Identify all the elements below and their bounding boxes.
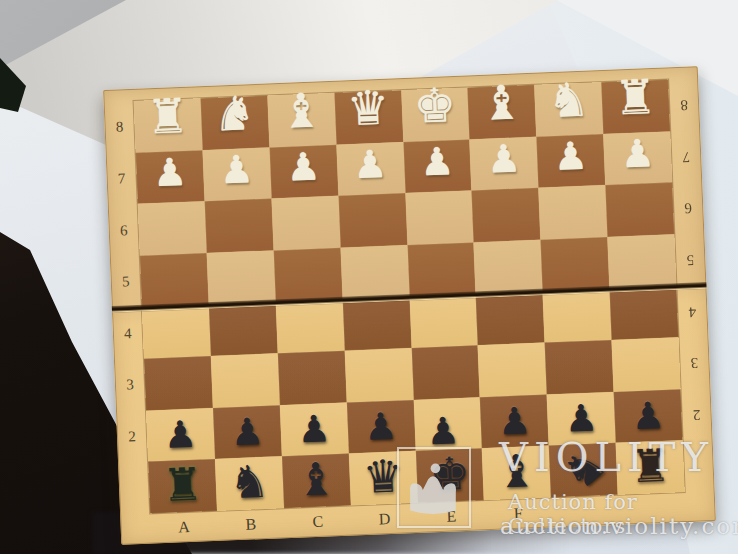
black-pawn-b2: ♟ xyxy=(230,413,265,451)
rank-label-3: 3 xyxy=(678,336,710,389)
file-label-C: C xyxy=(284,506,352,539)
white-bishop-c8: ♝ xyxy=(279,87,323,136)
rank-label-7: 7 xyxy=(106,152,138,205)
white-queen-d8: ♛ xyxy=(346,84,390,133)
rank-label-7: 7 xyxy=(670,130,702,183)
white-knight-b8: ♞ xyxy=(212,89,256,138)
black-bishop-c1: ♝ xyxy=(295,456,337,503)
square-b3 xyxy=(211,353,280,407)
square-c6 xyxy=(271,196,340,250)
square-a8: ♜ xyxy=(134,98,203,152)
square-c4 xyxy=(275,299,344,353)
square-d2: ♟ xyxy=(346,400,415,454)
white-rook-a8: ♜ xyxy=(146,92,190,141)
square-g4 xyxy=(543,288,612,342)
square-c1: ♝ xyxy=(282,454,351,508)
square-e4 xyxy=(409,294,478,348)
rank-label-8: 8 xyxy=(104,101,136,154)
rank-label-6: 6 xyxy=(672,181,704,234)
square-b8: ♞ xyxy=(200,96,269,150)
rank-label-blank-7 xyxy=(118,462,150,515)
black-pawn-a2: ♟ xyxy=(163,416,198,454)
square-d4 xyxy=(342,297,411,351)
rank-label-4: 4 xyxy=(112,307,144,360)
square-h7: ♟ xyxy=(603,131,672,185)
black-knight-b1: ♞ xyxy=(228,458,270,505)
square-g5 xyxy=(541,237,610,291)
square-b4 xyxy=(209,302,278,356)
auction-photo-chess-set: 8765432 8765432 ABCDEF ♜♞♝♛♚♝♞♜♟♟♟♟♟♟♟♟♟… xyxy=(0,0,738,554)
square-c7: ♟ xyxy=(269,144,338,198)
white-rook-h8: ♜ xyxy=(613,73,657,122)
square-g7: ♟ xyxy=(537,134,606,188)
rank-label-3: 3 xyxy=(114,359,146,412)
square-f4 xyxy=(476,291,545,345)
square-a1: ♜ xyxy=(148,459,217,513)
black-pawn-e2: ♟ xyxy=(426,412,461,450)
square-f7: ♟ xyxy=(470,136,539,190)
square-h3 xyxy=(612,337,681,391)
square-h4 xyxy=(610,286,679,340)
rank-label-6: 6 xyxy=(108,204,140,257)
white-bishop-f8: ♝ xyxy=(480,79,524,128)
square-a7: ♟ xyxy=(136,150,205,204)
black-pawn-c2: ♟ xyxy=(297,410,332,448)
square-e2: ♟ xyxy=(413,397,482,451)
black-pawn-d2: ♟ xyxy=(364,408,399,446)
square-f6 xyxy=(472,188,541,242)
square-c5 xyxy=(273,248,342,302)
square-d7: ♟ xyxy=(336,142,405,196)
black-pawn-h2: ♟ xyxy=(631,397,666,435)
rank-label-8: 8 xyxy=(668,78,700,131)
watermark-url: auction.violity.com xyxy=(500,513,738,539)
crown-logo-icon xyxy=(403,461,463,519)
square-d6 xyxy=(338,193,407,247)
square-b7: ♟ xyxy=(202,147,271,201)
square-h6 xyxy=(605,183,674,237)
square-c3 xyxy=(278,351,347,405)
square-h8: ♜ xyxy=(601,79,670,133)
square-b5 xyxy=(207,250,276,304)
square-e3 xyxy=(411,345,480,399)
square-f3 xyxy=(478,343,547,397)
square-h5 xyxy=(608,234,677,288)
white-pawn-c7: ♟ xyxy=(286,148,322,187)
square-g8: ♞ xyxy=(534,82,603,136)
rank-label-4: 4 xyxy=(676,285,708,338)
square-c2: ♟ xyxy=(280,402,349,456)
rank-label-2: 2 xyxy=(116,410,148,463)
white-king-e8: ♚ xyxy=(413,81,457,130)
black-pawn-g2: ♟ xyxy=(564,400,599,438)
white-pawn-g7: ♟ xyxy=(553,137,589,176)
square-e7: ♟ xyxy=(403,139,472,193)
square-b1: ♞ xyxy=(215,457,284,511)
square-b2: ♟ xyxy=(213,405,282,459)
black-rook-a1: ♜ xyxy=(161,461,203,508)
square-c8: ♝ xyxy=(267,93,336,147)
white-pawn-e7: ♟ xyxy=(419,143,455,182)
rank-label-2: 2 xyxy=(681,388,713,441)
square-a2: ♟ xyxy=(146,408,215,462)
square-f8: ♝ xyxy=(468,85,537,139)
square-a6 xyxy=(138,201,207,255)
square-d3 xyxy=(344,348,413,402)
square-e5 xyxy=(407,242,476,296)
watermark-brand: VIOLITY xyxy=(499,434,714,480)
square-b6 xyxy=(205,199,274,253)
square-g6 xyxy=(539,185,608,239)
square-e6 xyxy=(405,191,474,245)
white-pawn-d7: ♟ xyxy=(353,145,389,184)
square-a3 xyxy=(144,356,213,410)
white-pawn-h7: ♟ xyxy=(620,134,656,173)
white-pawn-f7: ♟ xyxy=(486,140,522,179)
rank-label-5: 5 xyxy=(674,233,706,286)
file-label-B: B xyxy=(217,508,285,541)
square-d5 xyxy=(340,245,409,299)
square-f5 xyxy=(474,240,543,294)
square-a4 xyxy=(142,305,211,359)
square-e8: ♚ xyxy=(401,87,470,141)
square-a5 xyxy=(140,253,209,307)
square-d8: ♛ xyxy=(334,90,403,144)
file-label-A: A xyxy=(150,511,218,544)
white-knight-g8: ♞ xyxy=(547,76,591,125)
white-pawn-b7: ♟ xyxy=(219,151,255,190)
rank-label-5: 5 xyxy=(110,256,142,309)
square-g3 xyxy=(545,340,614,394)
white-pawn-a7: ♟ xyxy=(152,153,188,192)
